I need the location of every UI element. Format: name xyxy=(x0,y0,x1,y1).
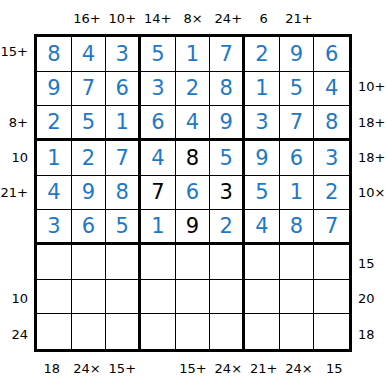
clue-bottom-col1: 18 xyxy=(34,356,69,380)
clue-top-col7: 6 xyxy=(246,6,281,30)
cell-r8c2[interactable] xyxy=(72,280,107,315)
cell-r9c2[interactable] xyxy=(72,314,107,349)
cell-r7c7[interactable] xyxy=(245,245,280,280)
cell-r2c1[interactable]: 9 xyxy=(37,72,72,107)
clue-bottom-col9: 15 xyxy=(317,356,352,380)
clue-top-col8: 21+ xyxy=(281,6,316,30)
cell-r9c5[interactable] xyxy=(176,314,211,349)
cell-r7c5[interactable] xyxy=(176,245,211,280)
clue-bottom-col3: 15+ xyxy=(105,356,140,380)
cell-r9c4[interactable] xyxy=(141,314,176,349)
cell-r6c7[interactable]: 4 xyxy=(245,210,280,245)
clue-right-row3: 18+ xyxy=(356,105,386,140)
clue-left-row7 xyxy=(0,246,30,281)
cell-r1c6[interactable]: 7 xyxy=(210,37,245,72)
clue-left-row3: 8+ xyxy=(0,105,30,140)
cell-r1c1[interactable]: 8 xyxy=(37,37,72,72)
cell-r1c4[interactable]: 5 xyxy=(141,37,176,72)
cell-r1c5[interactable]: 1 xyxy=(176,37,211,72)
cell-r9c6[interactable] xyxy=(210,314,245,349)
cell-r8c5[interactable] xyxy=(176,280,211,315)
cell-r5c7[interactable]: 5 xyxy=(245,176,280,211)
clue-bottom-col5: 15+ xyxy=(175,356,210,380)
cell-r9c9[interactable] xyxy=(314,314,349,349)
cell-r3c5[interactable]: 4 xyxy=(176,106,211,141)
cell-r5c5[interactable]: 6 xyxy=(176,176,211,211)
cell-r3c3[interactable]: 1 xyxy=(106,106,141,141)
clue-left-row9: 24 xyxy=(0,317,30,352)
cell-r3c4[interactable]: 6 xyxy=(141,106,176,141)
clue-top-col3: 10+ xyxy=(105,6,140,30)
cell-r7c6[interactable] xyxy=(210,245,245,280)
cell-r8c4[interactable] xyxy=(141,280,176,315)
cell-r7c3[interactable] xyxy=(106,245,141,280)
cell-r2c4[interactable]: 3 xyxy=(141,72,176,107)
cell-r1c3[interactable]: 3 xyxy=(106,37,141,72)
clue-right-row4: 18+ xyxy=(356,140,386,175)
cell-r7c9[interactable] xyxy=(314,245,349,280)
cell-r6c1[interactable]: 3 xyxy=(37,210,72,245)
cell-r4c8[interactable]: 6 xyxy=(280,141,315,176)
cell-r2c8[interactable]: 5 xyxy=(280,72,315,107)
clue-bottom-col7: 21+ xyxy=(246,356,281,380)
cell-r1c8[interactable]: 9 xyxy=(280,37,315,72)
cell-r3c6[interactable]: 9 xyxy=(210,106,245,141)
cell-r2c9[interactable]: 4 xyxy=(314,72,349,107)
clue-top-col6: 24+ xyxy=(211,6,246,30)
cell-r1c7[interactable]: 2 xyxy=(245,37,280,72)
clue-left-row2 xyxy=(0,69,30,104)
cell-r9c1[interactable] xyxy=(37,314,72,349)
cell-r5c1[interactable]: 4 xyxy=(37,176,72,211)
cell-r5c9[interactable]: 2 xyxy=(314,176,349,211)
cell-r4c6[interactable]: 5 xyxy=(210,141,245,176)
top-clue-row: 16+ 10+ 14+ 8× 24+ 6 21+ xyxy=(34,6,352,30)
cell-r7c4[interactable] xyxy=(141,245,176,280)
clue-top-col1 xyxy=(34,6,69,30)
cell-r9c8[interactable] xyxy=(280,314,315,349)
cell-r8c9[interactable] xyxy=(314,280,349,315)
cell-r4c2[interactable]: 2 xyxy=(72,141,107,176)
cell-r6c6[interactable]: 2 xyxy=(210,210,245,245)
cell-r4c5[interactable]: 8 xyxy=(176,141,211,176)
left-clue-column: 15+ 8+ 10 21+ 10 24 xyxy=(0,34,30,352)
cell-r9c3[interactable] xyxy=(106,314,141,349)
cell-r8c8[interactable] xyxy=(280,280,315,315)
cell-r3c7[interactable]: 3 xyxy=(245,106,280,141)
bottom-clue-row: 18 24× 15+ 15+ 24× 21+ 24× 15 xyxy=(34,356,352,380)
clue-top-col4: 14+ xyxy=(140,6,175,30)
clue-top-col5: 8× xyxy=(175,6,210,30)
clue-right-row8: 20 xyxy=(356,281,386,316)
clue-right-row9: 18 xyxy=(356,317,386,352)
clue-right-row2: 10+ xyxy=(356,69,386,104)
cell-r3c1[interactable]: 2 xyxy=(37,106,72,141)
cell-r3c8[interactable]: 7 xyxy=(280,106,315,141)
cell-r1c2[interactable]: 4 xyxy=(72,37,107,72)
cell-r6c8[interactable]: 8 xyxy=(280,210,315,245)
cell-r1c9[interactable]: 6 xyxy=(314,37,349,72)
cell-r8c3[interactable] xyxy=(106,280,141,315)
cell-r6c2[interactable]: 6 xyxy=(72,210,107,245)
cell-r4c9[interactable]: 3 xyxy=(314,141,349,176)
clue-right-row1 xyxy=(356,34,386,69)
cell-r6c9[interactable]: 7 xyxy=(314,210,349,245)
cell-r3c9[interactable]: 8 xyxy=(314,106,349,141)
cell-r4c1[interactable]: 1 xyxy=(37,141,72,176)
cell-r2c7[interactable]: 1 xyxy=(245,72,280,107)
clue-right-row5: 10× xyxy=(356,175,386,210)
cell-r7c8[interactable] xyxy=(280,245,315,280)
cell-r5c2[interactable]: 9 xyxy=(72,176,107,211)
clue-left-row4: 10 xyxy=(0,140,30,175)
clue-top-col2: 16+ xyxy=(69,6,104,30)
clue-bottom-col8: 24× xyxy=(281,356,316,380)
cell-r5c6[interactable]: 3 xyxy=(210,176,245,211)
cell-r5c4[interactable]: 7 xyxy=(141,176,176,211)
cell-r2c2[interactable]: 7 xyxy=(72,72,107,107)
cell-r6c5[interactable]: 9 xyxy=(176,210,211,245)
clue-right-row7: 15 xyxy=(356,246,386,281)
cell-r3c2[interactable]: 5 xyxy=(72,106,107,141)
cell-r7c1[interactable] xyxy=(37,245,72,280)
cell-r9c7[interactable] xyxy=(245,314,280,349)
cell-r2c3[interactable]: 6 xyxy=(106,72,141,107)
clue-right-row6 xyxy=(356,211,386,246)
sudoku-grid: 8 4 3 5 1 7 2 9 6 9 7 6 3 2 8 1 5 4 2 5 … xyxy=(34,34,352,352)
cell-r5c8[interactable]: 1 xyxy=(280,176,315,211)
cell-r4c7[interactable]: 9 xyxy=(245,141,280,176)
clue-left-row1: 15+ xyxy=(0,34,30,69)
puzzle-page: 16+ 10+ 14+ 8× 24+ 6 21+ 15+ 8+ 10 21+ 1… xyxy=(0,0,386,386)
cell-r4c4[interactable]: 4 xyxy=(141,141,176,176)
clue-bottom-col4 xyxy=(140,356,175,380)
cell-r7c2[interactable] xyxy=(72,245,107,280)
cell-r8c1[interactable] xyxy=(37,280,72,315)
clue-bottom-col6: 24× xyxy=(211,356,246,380)
clue-left-row6 xyxy=(0,211,30,246)
cell-r8c6[interactable] xyxy=(210,280,245,315)
cell-r8c7[interactable] xyxy=(245,280,280,315)
cell-r4c3[interactable]: 7 xyxy=(106,141,141,176)
clue-left-row8: 10 xyxy=(0,281,30,316)
right-clue-column: 10+ 18+ 18+ 10× 15 20 18 xyxy=(356,34,386,352)
clue-left-row5: 21+ xyxy=(0,175,30,210)
cell-r6c3[interactable]: 5 xyxy=(106,210,141,245)
cell-r2c6[interactable]: 8 xyxy=(210,72,245,107)
cell-r5c3[interactable]: 8 xyxy=(106,176,141,211)
clue-top-col9 xyxy=(317,6,352,30)
clue-bottom-col2: 24× xyxy=(69,356,104,380)
cell-r6c4[interactable]: 1 xyxy=(141,210,176,245)
cell-r2c5[interactable]: 2 xyxy=(176,72,211,107)
